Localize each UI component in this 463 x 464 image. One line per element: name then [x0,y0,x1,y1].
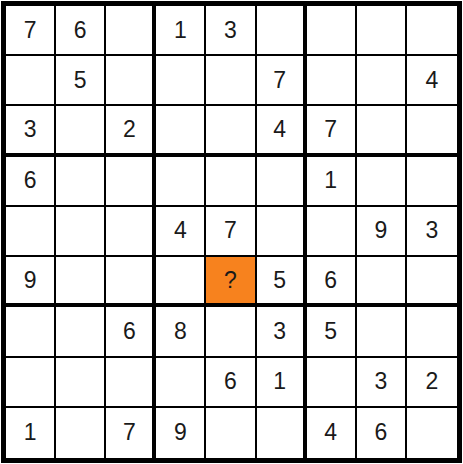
given-digit: 4 [174,219,187,242]
cell-r4c4[interactable] [156,157,206,207]
cell-r8c1[interactable] [6,358,56,408]
given-digit: 1 [24,421,37,444]
cell-r7c1[interactable] [6,307,56,357]
given-digit: 3 [224,19,237,42]
cell-r5c7[interactable] [307,207,357,257]
cell-r5c4[interactable]: 4 [156,207,206,257]
cell-r6c6[interactable]: 5 [257,257,307,307]
cell-r2c7[interactable] [307,56,357,106]
given-digit: 7 [123,421,136,444]
cell-r2c5[interactable] [206,56,256,106]
cell-r3c4[interactable] [156,106,206,156]
cell-r6c5[interactable]: ? [206,257,256,307]
cell-r7c7[interactable]: 5 [307,307,357,357]
cell-r1c2[interactable]: 6 [56,6,106,56]
cell-r7c6[interactable]: 3 [257,307,307,357]
given-digit: 6 [24,169,37,192]
cell-r1c7[interactable] [307,6,357,56]
cell-r4c7[interactable]: 1 [307,157,357,207]
cell-r7c3[interactable]: 6 [106,307,156,357]
cell-r8c5[interactable]: 6 [206,358,256,408]
cell-r7c5[interactable] [206,307,256,357]
given-digit: 7 [324,118,337,141]
given-digit: 4 [324,421,337,444]
cell-r6c8[interactable] [357,257,407,307]
cell-r8c4[interactable] [156,358,206,408]
given-digit: 7 [224,219,237,242]
cell-r5c1[interactable] [6,207,56,257]
cell-r4c2[interactable] [56,157,106,207]
given-digit: 3 [426,219,439,242]
cell-r2c1[interactable] [6,56,56,106]
given-digit: 6 [123,320,136,343]
cell-r5c8[interactable]: 9 [357,207,407,257]
cell-r6c2[interactable] [56,257,106,307]
cell-r9c7[interactable]: 4 [307,408,357,458]
given-digit: 7 [273,69,286,92]
given-digit: 1 [273,370,286,393]
cell-r2c6[interactable]: 7 [257,56,307,106]
cell-r1c1[interactable]: 7 [6,6,56,56]
cell-r8c3[interactable] [106,358,156,408]
cell-r2c3[interactable] [106,56,156,106]
given-digit: 9 [374,219,387,242]
cell-r8c9[interactable]: 2 [407,358,457,408]
given-digit: 3 [273,320,286,343]
cell-r9c4[interactable]: 9 [156,408,206,458]
given-digit: 6 [324,269,337,292]
cell-r2c4[interactable] [156,56,206,106]
cell-r5c9[interactable]: 3 [407,207,457,257]
given-digit: 2 [123,118,136,141]
cell-r8c6[interactable]: 1 [257,358,307,408]
cell-r1c8[interactable] [357,6,407,56]
given-digit: 5 [324,320,337,343]
cell-r9c2[interactable] [56,408,106,458]
cell-r3c1[interactable]: 3 [6,106,56,156]
cell-r3c5[interactable] [206,106,256,156]
given-digit: 9 [174,421,187,444]
cell-r4c9[interactable] [407,157,457,207]
cell-r4c1[interactable]: 6 [6,157,56,207]
cell-r9c6[interactable] [257,408,307,458]
given-digit: 4 [426,69,439,92]
cell-r5c3[interactable] [106,207,156,257]
given-digit: 5 [273,269,286,292]
cell-r1c9[interactable] [407,6,457,56]
given-digit: 8 [174,320,187,343]
given-digit: 4 [273,118,286,141]
given-digit: 1 [324,169,337,192]
cell-r5c5[interactable]: 7 [206,207,256,257]
cell-r6c1[interactable]: 9 [6,257,56,307]
cell-r4c5[interactable] [206,157,256,207]
cell-r6c7[interactable]: 6 [307,257,357,307]
question-mark-glyph: ? [224,269,237,292]
cell-r6c4[interactable] [156,257,206,307]
cell-r1c6[interactable] [257,6,307,56]
cell-r5c6[interactable] [257,207,307,257]
given-digit: 2 [426,370,439,393]
sudoku-board: 761357432476147939?566835613217946 [1,1,462,463]
cell-r6c9[interactable] [407,257,457,307]
given-digit: 5 [74,69,87,92]
cell-r1c5[interactable]: 3 [206,6,256,56]
given-digit: 3 [374,370,387,393]
cell-r3c3[interactable]: 2 [106,106,156,156]
cell-r8c2[interactable] [56,358,106,408]
cell-r9c9[interactable] [407,408,457,458]
given-digit: 6 [74,19,87,42]
given-digit: 3 [24,118,37,141]
given-digit: 6 [374,421,387,444]
cell-r4c6[interactable] [257,157,307,207]
cell-r3c6[interactable]: 4 [257,106,307,156]
cell-r2c2[interactable]: 5 [56,56,106,106]
cell-r7c2[interactable] [56,307,106,357]
given-digit: 9 [24,269,37,292]
cell-r3c2[interactable] [56,106,106,156]
cell-r4c3[interactable] [106,157,156,207]
cell-r9c1[interactable]: 1 [6,408,56,458]
cell-r9c5[interactable] [206,408,256,458]
cell-r9c8[interactable]: 6 [357,408,407,458]
cell-r3c7[interactable]: 7 [307,106,357,156]
cell-r8c7[interactable] [307,358,357,408]
cell-r9c3[interactable]: 7 [106,408,156,458]
cell-r7c4[interactable]: 8 [156,307,206,357]
cell-r4c8[interactable] [357,157,407,207]
cell-r2c8[interactable] [357,56,407,106]
cell-r3c8[interactable] [357,106,407,156]
cell-r1c3[interactable] [106,6,156,56]
given-digit: 7 [24,19,37,42]
cell-r7c9[interactable] [407,307,457,357]
cell-r6c3[interactable] [106,257,156,307]
given-digit: 1 [174,19,187,42]
given-digit: 6 [224,370,237,393]
cell-r2c9[interactable]: 4 [407,56,457,106]
cell-r8c8[interactable]: 3 [357,358,407,408]
cell-r5c2[interactable] [56,207,106,257]
cell-r1c4[interactable]: 1 [156,6,206,56]
cell-r3c9[interactable] [407,106,457,156]
cell-r7c8[interactable] [357,307,407,357]
